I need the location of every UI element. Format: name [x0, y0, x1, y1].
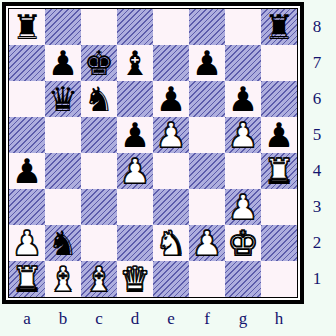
square-d2[interactable]	[117, 225, 153, 261]
square-h6[interactable]	[261, 81, 297, 117]
chess-board: ♜♜♟♚♝♟♛♞♟♟♟♟♟♟♟♟♜♟♟♞♞♟♚♜♝♝♛	[8, 8, 298, 298]
piece-black-pawn[interactable]: ♟	[192, 45, 222, 81]
square-a2[interactable]: ♟	[9, 225, 45, 261]
piece-black-pawn[interactable]: ♟	[228, 81, 258, 117]
square-c1[interactable]: ♝	[81, 261, 117, 297]
square-g1[interactable]	[225, 261, 261, 297]
piece-black-pawn[interactable]: ♟	[48, 45, 78, 81]
piece-white-knight[interactable]: ♞	[156, 225, 186, 261]
square-g7[interactable]	[225, 45, 261, 81]
square-c3[interactable]	[81, 189, 117, 225]
square-h1[interactable]	[261, 261, 297, 297]
piece-white-pawn[interactable]: ♟	[12, 225, 42, 261]
square-d6[interactable]	[117, 81, 153, 117]
square-g5[interactable]: ♟	[225, 117, 261, 153]
square-g6[interactable]: ♟	[225, 81, 261, 117]
piece-white-pawn[interactable]: ♟	[156, 117, 186, 153]
piece-white-pawn[interactable]: ♟	[192, 225, 222, 261]
square-f4[interactable]	[189, 153, 225, 189]
square-f1[interactable]	[189, 261, 225, 297]
rank-label-7: 7	[304, 45, 330, 81]
square-f8[interactable]	[189, 9, 225, 45]
piece-black-queen[interactable]: ♛	[48, 81, 78, 117]
rank-label-1: 1	[304, 261, 330, 297]
rank-label-8: 8	[304, 9, 330, 45]
square-c4[interactable]	[81, 153, 117, 189]
square-e4[interactable]	[153, 153, 189, 189]
square-h3[interactable]	[261, 189, 297, 225]
square-e6[interactable]: ♟	[153, 81, 189, 117]
square-e1[interactable]	[153, 261, 189, 297]
file-labels: abcdefgh	[9, 304, 297, 334]
square-b3[interactable]	[45, 189, 81, 225]
square-f6[interactable]	[189, 81, 225, 117]
piece-white-bishop[interactable]: ♝	[84, 261, 114, 297]
square-a4[interactable]: ♟	[9, 153, 45, 189]
square-d3[interactable]	[117, 189, 153, 225]
square-c7[interactable]: ♚	[81, 45, 117, 81]
square-b5[interactable]	[45, 117, 81, 153]
piece-white-bishop[interactable]: ♝	[48, 261, 78, 297]
piece-black-pawn[interactable]: ♟	[156, 81, 186, 117]
piece-black-pawn[interactable]: ♟	[120, 117, 150, 153]
square-e7[interactable]	[153, 45, 189, 81]
square-h4[interactable]: ♜	[261, 153, 297, 189]
square-d7[interactable]: ♝	[117, 45, 153, 81]
square-a3[interactable]	[9, 189, 45, 225]
square-b4[interactable]	[45, 153, 81, 189]
square-a6[interactable]	[9, 81, 45, 117]
square-d1[interactable]: ♛	[117, 261, 153, 297]
file-label-d: d	[117, 304, 153, 334]
file-label-f: f	[189, 304, 225, 334]
square-f3[interactable]	[189, 189, 225, 225]
square-e5[interactable]: ♟	[153, 117, 189, 153]
square-h2[interactable]	[261, 225, 297, 261]
square-g4[interactable]	[225, 153, 261, 189]
file-label-e: e	[153, 304, 189, 334]
square-a5[interactable]	[9, 117, 45, 153]
board-frame: ♜♜♟♚♝♟♛♞♟♟♟♟♟♟♟♟♜♟♟♞♞♟♚♜♝♝♛	[2, 2, 304, 304]
piece-black-king[interactable]: ♚	[84, 45, 114, 81]
square-g8[interactable]	[225, 9, 261, 45]
piece-black-pawn[interactable]: ♟	[264, 117, 294, 153]
square-b8[interactable]	[45, 9, 81, 45]
file-label-b: b	[45, 304, 81, 334]
square-c5[interactable]	[81, 117, 117, 153]
piece-white-rook[interactable]: ♜	[12, 261, 42, 297]
piece-white-queen[interactable]: ♛	[120, 261, 150, 297]
piece-black-bishop[interactable]: ♝	[120, 45, 150, 81]
rank-label-3: 3	[304, 189, 330, 225]
file-label-g: g	[225, 304, 261, 334]
square-b1[interactable]: ♝	[45, 261, 81, 297]
square-d8[interactable]	[117, 9, 153, 45]
rank-label-5: 5	[304, 117, 330, 153]
square-f5[interactable]	[189, 117, 225, 153]
piece-black-pawn[interactable]: ♟	[12, 153, 42, 189]
file-label-a: a	[9, 304, 45, 334]
square-f7[interactable]: ♟	[189, 45, 225, 81]
square-h5[interactable]: ♟	[261, 117, 297, 153]
square-a1[interactable]: ♜	[9, 261, 45, 297]
file-label-c: c	[81, 304, 117, 334]
piece-white-king[interactable]: ♚	[228, 225, 258, 261]
piece-white-pawn[interactable]: ♟	[228, 117, 258, 153]
piece-black-knight[interactable]: ♞	[84, 81, 114, 117]
square-e3[interactable]	[153, 189, 189, 225]
piece-white-rook[interactable]: ♜	[264, 153, 294, 189]
square-e2[interactable]: ♞	[153, 225, 189, 261]
square-c8[interactable]	[81, 9, 117, 45]
square-a7[interactable]	[9, 45, 45, 81]
square-g2[interactable]: ♚	[225, 225, 261, 261]
square-b2[interactable]: ♞	[45, 225, 81, 261]
square-g3[interactable]: ♟	[225, 189, 261, 225]
square-c6[interactable]: ♞	[81, 81, 117, 117]
square-f2[interactable]: ♟	[189, 225, 225, 261]
file-label-h: h	[261, 304, 297, 334]
piece-black-knight[interactable]: ♞	[48, 225, 78, 261]
piece-black-rook[interactable]: ♜	[264, 9, 294, 45]
square-c2[interactable]	[81, 225, 117, 261]
rank-label-2: 2	[304, 225, 330, 261]
piece-black-rook[interactable]: ♜	[12, 9, 42, 45]
chess-diagram: ♜♜♟♚♝♟♛♞♟♟♟♟♟♟♟♟♜♟♟♞♞♟♚♜♝♝♛ abcdefgh 876…	[0, 0, 336, 336]
piece-white-pawn[interactable]: ♟	[228, 189, 258, 225]
rank-label-6: 6	[304, 81, 330, 117]
rank-labels: 87654321	[304, 9, 330, 297]
square-e8[interactable]	[153, 9, 189, 45]
square-d4[interactable]: ♟	[117, 153, 153, 189]
square-b6[interactable]: ♛	[45, 81, 81, 117]
square-b7[interactable]: ♟	[45, 45, 81, 81]
rank-label-4: 4	[304, 153, 330, 189]
square-d5[interactable]: ♟	[117, 117, 153, 153]
piece-white-pawn[interactable]: ♟	[120, 153, 150, 189]
square-h8[interactable]: ♜	[261, 9, 297, 45]
square-a8[interactable]: ♜	[9, 9, 45, 45]
square-h7[interactable]	[261, 45, 297, 81]
